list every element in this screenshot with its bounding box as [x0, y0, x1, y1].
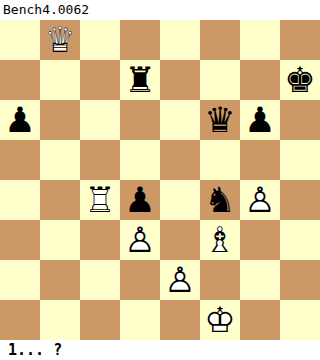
black-pawn[interactable]: ♟ — [120, 180, 160, 220]
black-pawn-icon: ♟ — [0, 100, 40, 140]
white-queen[interactable]: ♛♕ — [40, 20, 80, 60]
square-e1[interactable] — [160, 300, 200, 340]
square-f5[interactable] — [200, 140, 240, 180]
square-g7[interactable] — [240, 60, 280, 100]
square-c3[interactable] — [80, 220, 120, 260]
square-a4[interactable] — [0, 180, 40, 220]
white-queen-icon: ♕ — [40, 20, 80, 60]
square-a2[interactable] — [0, 260, 40, 300]
square-h5[interactable] — [280, 140, 320, 180]
white-rook-icon: ♖ — [80, 180, 120, 220]
square-f2[interactable] — [200, 260, 240, 300]
square-h2[interactable] — [280, 260, 320, 300]
square-h7[interactable]: ♚ — [280, 60, 320, 100]
square-g6[interactable]: ♟ — [240, 100, 280, 140]
square-h8[interactable] — [280, 20, 320, 60]
square-c6[interactable] — [80, 100, 120, 140]
square-b6[interactable] — [40, 100, 80, 140]
square-e5[interactable] — [160, 140, 200, 180]
square-d2[interactable] — [120, 260, 160, 300]
square-d5[interactable] — [120, 140, 160, 180]
square-c7[interactable] — [80, 60, 120, 100]
black-pawn-icon: ♟ — [120, 180, 160, 220]
white-pawn-icon: ♙ — [240, 180, 280, 220]
black-pawn-icon: ♟ — [240, 100, 280, 140]
white-pawn[interactable]: ♟♙ — [240, 180, 280, 220]
white-pawn-icon: ♙ — [120, 220, 160, 260]
title-bar: Bench4.0062 — [0, 0, 320, 20]
square-a6[interactable]: ♟ — [0, 100, 40, 140]
square-b1[interactable] — [40, 300, 80, 340]
square-f1[interactable]: ♚♔ — [200, 300, 240, 340]
square-b7[interactable] — [40, 60, 80, 100]
square-b5[interactable] — [40, 140, 80, 180]
white-rook[interactable]: ♜♖ — [80, 180, 120, 220]
white-pawn[interactable]: ♟♙ — [120, 220, 160, 260]
square-g1[interactable] — [240, 300, 280, 340]
square-f3[interactable]: ♝♗ — [200, 220, 240, 260]
black-knight-icon: ♞ — [200, 180, 240, 220]
square-g2[interactable] — [240, 260, 280, 300]
square-h3[interactable] — [280, 220, 320, 260]
chess-board: ♛♕♜♚♟♛♟♜♖♟♞♟♙♟♙♝♗♟♙♚♔ — [0, 20, 320, 340]
puzzle-title: Bench4.0062 — [3, 2, 89, 17]
square-h6[interactable] — [280, 100, 320, 140]
white-king[interactable]: ♚♔ — [200, 300, 240, 340]
square-d7[interactable]: ♜ — [120, 60, 160, 100]
square-h4[interactable] — [280, 180, 320, 220]
square-d3[interactable]: ♟♙ — [120, 220, 160, 260]
square-d8[interactable] — [120, 20, 160, 60]
white-bishop[interactable]: ♝♗ — [200, 220, 240, 260]
move-prompt: 1... ? — [8, 341, 62, 359]
square-d4[interactable]: ♟ — [120, 180, 160, 220]
square-f4[interactable]: ♞ — [200, 180, 240, 220]
square-d6[interactable] — [120, 100, 160, 140]
square-a3[interactable] — [0, 220, 40, 260]
black-knight[interactable]: ♞ — [200, 180, 240, 220]
square-g3[interactable] — [240, 220, 280, 260]
square-h1[interactable] — [280, 300, 320, 340]
square-b8[interactable]: ♛♕ — [40, 20, 80, 60]
white-bishop-icon: ♗ — [200, 220, 240, 260]
black-pawn[interactable]: ♟ — [0, 100, 40, 140]
square-f6[interactable]: ♛ — [200, 100, 240, 140]
square-e3[interactable] — [160, 220, 200, 260]
square-a7[interactable] — [0, 60, 40, 100]
white-pawn[interactable]: ♟♙ — [160, 260, 200, 300]
square-e7[interactable] — [160, 60, 200, 100]
square-d1[interactable] — [120, 300, 160, 340]
black-pawn[interactable]: ♟ — [240, 100, 280, 140]
square-f8[interactable] — [200, 20, 240, 60]
chess-puzzle-window: Bench4.0062 ♛♕♜♚♟♛♟♜♖♟♞♟♙♟♙♝♗♟♙♚♔ 1... ? — [0, 0, 320, 360]
status-bar: 1... ? — [0, 340, 320, 360]
square-c5[interactable] — [80, 140, 120, 180]
black-queen-icon: ♛ — [200, 100, 240, 140]
square-a8[interactable] — [0, 20, 40, 60]
square-b4[interactable] — [40, 180, 80, 220]
black-king[interactable]: ♚ — [280, 60, 320, 100]
square-c4[interactable]: ♜♖ — [80, 180, 120, 220]
square-c8[interactable] — [80, 20, 120, 60]
white-pawn-icon: ♙ — [160, 260, 200, 300]
square-e8[interactable] — [160, 20, 200, 60]
square-f7[interactable] — [200, 60, 240, 100]
square-b2[interactable] — [40, 260, 80, 300]
square-g5[interactable] — [240, 140, 280, 180]
square-e6[interactable] — [160, 100, 200, 140]
white-king-icon: ♔ — [200, 300, 240, 340]
square-e2[interactable]: ♟♙ — [160, 260, 200, 300]
black-rook[interactable]: ♜ — [120, 60, 160, 100]
square-b3[interactable] — [40, 220, 80, 260]
square-e4[interactable] — [160, 180, 200, 220]
black-rook-icon: ♜ — [120, 60, 160, 100]
black-king-icon: ♚ — [280, 60, 320, 100]
square-g4[interactable]: ♟♙ — [240, 180, 280, 220]
square-g8[interactable] — [240, 20, 280, 60]
square-c2[interactable] — [80, 260, 120, 300]
square-c1[interactable] — [80, 300, 120, 340]
square-a5[interactable] — [0, 140, 40, 180]
square-a1[interactable] — [0, 300, 40, 340]
black-queen[interactable]: ♛ — [200, 100, 240, 140]
